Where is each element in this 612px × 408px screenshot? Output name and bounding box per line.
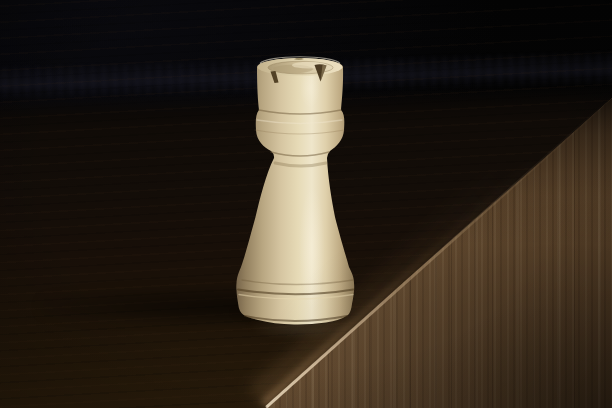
- photo-scene: A single white wooden chess rook standin…: [0, 0, 612, 408]
- rook-body-highlight: [299, 186, 325, 310]
- rook-head-highlight: [300, 68, 320, 108]
- white-rook-piece: [222, 48, 378, 334]
